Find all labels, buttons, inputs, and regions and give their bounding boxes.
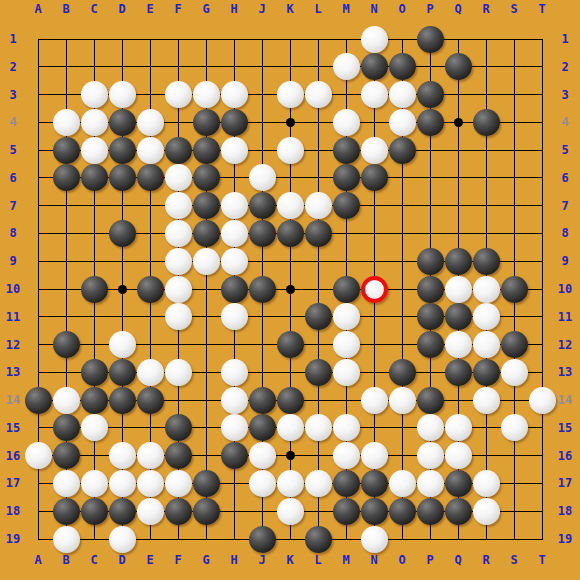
stone-white[interactable] [53,470,80,497]
stone-black[interactable] [417,276,444,303]
stone-black[interactable] [109,220,136,247]
stone-white[interactable] [193,248,220,275]
stone-white[interactable] [333,359,360,386]
stone-white[interactable] [165,470,192,497]
stone-black[interactable] [249,414,276,441]
row-label-left: 8 [1,226,25,240]
grid-line-horizontal [38,39,543,40]
row-label-right: 3 [553,88,577,102]
col-label-bottom: M [334,553,358,567]
col-label-bottom: G [194,553,218,567]
star-point [286,118,295,127]
stone-white[interactable] [361,26,388,53]
stone-black[interactable] [445,303,472,330]
stone-white[interactable] [501,414,528,441]
stone-white[interactable] [221,81,248,108]
stone-white[interactable] [221,303,248,330]
col-label-top: H [222,2,246,16]
stone-white[interactable] [361,81,388,108]
col-label-top: S [502,2,526,16]
stone-black[interactable] [53,331,80,358]
stone-black[interactable] [81,276,108,303]
stone-white[interactable] [529,387,556,414]
col-label-bottom: B [54,553,78,567]
col-label-bottom: O [390,553,414,567]
stone-black[interactable] [53,442,80,469]
stone-white[interactable] [165,192,192,219]
stone-white[interactable] [53,387,80,414]
stone-black[interactable] [445,470,472,497]
row-label-left: 7 [1,199,25,213]
stone-black[interactable] [389,359,416,386]
stone-black[interactable] [445,359,472,386]
col-label-bottom: R [474,553,498,567]
col-label-top: A [26,2,50,16]
stone-black[interactable] [333,276,360,303]
stone-black[interactable] [193,470,220,497]
row-label-right: 16 [553,449,577,463]
col-label-bottom: J [250,553,274,567]
stone-white[interactable] [165,303,192,330]
go-board[interactable]: AABBCCDDEEFFGGHHJJKKLLMMNNOOPPQQRRSSTT11… [0,0,580,580]
col-label-bottom: F [166,553,190,567]
stone-black[interactable] [417,303,444,330]
stone-white[interactable] [305,470,332,497]
stone-black[interactable] [137,387,164,414]
stone-black[interactable] [445,248,472,275]
col-label-bottom: C [82,553,106,567]
stone-white[interactable] [277,192,304,219]
stone-black[interactable] [109,164,136,191]
col-label-top: M [334,2,358,16]
stone-white[interactable] [473,331,500,358]
row-label-left: 19 [1,532,25,546]
stone-white[interactable] [81,81,108,108]
col-label-top: J [250,2,274,16]
stone-white[interactable] [221,192,248,219]
stone-white[interactable] [445,442,472,469]
stone-white[interactable] [249,442,276,469]
stone-white[interactable] [277,470,304,497]
stone-black[interactable] [361,470,388,497]
stone-black[interactable] [109,137,136,164]
stone-black[interactable] [305,220,332,247]
row-label-left: 14 [1,393,25,407]
row-label-right: 10 [553,282,577,296]
stone-black[interactable] [333,192,360,219]
stone-black[interactable] [305,526,332,553]
stone-white[interactable] [165,359,192,386]
stone-black[interactable] [333,137,360,164]
row-label-right: 8 [553,226,577,240]
stone-white[interactable] [109,81,136,108]
star-point [286,285,295,294]
col-label-top: N [362,2,386,16]
row-label-left: 13 [1,365,25,379]
stone-white[interactable] [221,359,248,386]
row-label-right: 7 [553,199,577,213]
stone-white[interactable] [445,331,472,358]
row-label-right: 2 [553,60,577,74]
stone-white[interactable] [109,442,136,469]
stone-black[interactable] [165,137,192,164]
stone-white[interactable] [137,470,164,497]
stone-white[interactable] [277,137,304,164]
star-point [454,118,463,127]
col-label-top: C [82,2,106,16]
row-label-right: 14 [553,393,577,407]
stone-black[interactable] [473,248,500,275]
stone-black[interactable] [249,192,276,219]
stone-black[interactable] [389,53,416,80]
stone-white[interactable] [165,220,192,247]
stone-white[interactable] [249,470,276,497]
stone-black[interactable] [333,164,360,191]
stone-white[interactable] [277,81,304,108]
col-label-top: L [306,2,330,16]
stone-black[interactable] [389,137,416,164]
stone-black[interactable] [221,109,248,136]
stone-white[interactable] [165,248,192,275]
col-label-top: Q [446,2,470,16]
stone-black[interactable] [137,276,164,303]
stone-black[interactable] [25,387,52,414]
stone-white[interactable] [81,137,108,164]
stone-white[interactable] [193,81,220,108]
stone-black[interactable] [193,109,220,136]
stone-black[interactable] [473,359,500,386]
row-label-left: 2 [1,60,25,74]
col-label-bottom: A [26,553,50,567]
stone-white[interactable] [417,442,444,469]
col-label-top: B [54,2,78,16]
stone-white[interactable] [277,498,304,525]
col-label-bottom: S [502,553,526,567]
stone-black[interactable] [389,498,416,525]
col-label-top: K [278,2,302,16]
stone-black[interactable] [417,387,444,414]
stone-black[interactable] [249,276,276,303]
row-label-left: 10 [1,282,25,296]
col-label-bottom: H [222,553,246,567]
col-label-top: O [390,2,414,16]
stone-black[interactable] [165,414,192,441]
stone-black[interactable] [305,359,332,386]
stone-white[interactable] [137,442,164,469]
col-label-top: T [530,2,554,16]
stone-white[interactable] [333,414,360,441]
row-label-left: 5 [1,143,25,157]
stone-white[interactable] [333,53,360,80]
star-point [118,285,127,294]
stone-white[interactable] [81,414,108,441]
stone-black[interactable] [445,498,472,525]
col-label-bottom: N [362,553,386,567]
stone-white[interactable] [361,387,388,414]
stone-black[interactable] [445,53,472,80]
stone-black[interactable] [137,164,164,191]
row-label-left: 15 [1,421,25,435]
col-label-bottom: D [110,553,134,567]
stone-white[interactable] [221,387,248,414]
row-label-right: 13 [553,365,577,379]
stone-black[interactable] [109,359,136,386]
col-label-top: D [110,2,134,16]
row-label-left: 4 [1,115,25,129]
stone-black[interactable] [53,137,80,164]
stone-white-last-move[interactable] [361,276,388,303]
row-label-right: 17 [553,476,577,490]
row-label-right: 6 [553,171,577,185]
stone-white[interactable] [333,109,360,136]
stone-black[interactable] [53,164,80,191]
stone-white[interactable] [361,526,388,553]
stone-white[interactable] [221,137,248,164]
stone-black[interactable] [249,387,276,414]
stone-black[interactable] [109,498,136,525]
stone-white[interactable] [305,192,332,219]
row-label-left: 16 [1,449,25,463]
stone-black[interactable] [81,359,108,386]
stone-black[interactable] [109,109,136,136]
stone-black[interactable] [333,470,360,497]
stone-black[interactable] [277,220,304,247]
stone-black[interactable] [277,331,304,358]
stone-white[interactable] [361,442,388,469]
stone-white[interactable] [137,359,164,386]
row-label-right: 11 [553,310,577,324]
stone-white[interactable] [417,414,444,441]
col-label-top: R [474,2,498,16]
stone-white[interactable] [473,498,500,525]
stone-black[interactable] [333,498,360,525]
stone-white[interactable] [137,498,164,525]
stone-white[interactable] [473,303,500,330]
star-point [286,451,295,460]
stone-white[interactable] [25,442,52,469]
stone-white[interactable] [305,414,332,441]
stone-black[interactable] [361,498,388,525]
col-label-bottom: L [306,553,330,567]
row-label-left: 12 [1,338,25,352]
col-label-top: P [418,2,442,16]
stone-white[interactable] [445,276,472,303]
stone-black[interactable] [473,109,500,136]
stone-black[interactable] [221,442,248,469]
stone-black[interactable] [81,387,108,414]
col-label-top: F [166,2,190,16]
stone-black[interactable] [193,498,220,525]
grid-line-vertical [318,39,319,540]
row-label-right: 9 [553,254,577,268]
stone-black[interactable] [249,526,276,553]
stone-black[interactable] [53,498,80,525]
stone-white[interactable] [473,470,500,497]
stone-white[interactable] [501,359,528,386]
col-label-bottom: E [138,553,162,567]
stone-black[interactable] [221,276,248,303]
stone-black[interactable] [165,498,192,525]
stone-white[interactable] [221,248,248,275]
stone-white[interactable] [81,470,108,497]
stone-white[interactable] [389,109,416,136]
stone-white[interactable] [361,137,388,164]
row-label-right: 19 [553,532,577,546]
row-label-right: 4 [553,115,577,129]
stone-white[interactable] [417,470,444,497]
stone-black[interactable] [165,442,192,469]
stone-white[interactable] [53,109,80,136]
stone-white[interactable] [277,414,304,441]
grid-line-vertical [542,39,543,540]
stone-black[interactable] [417,81,444,108]
stone-black[interactable] [81,164,108,191]
stone-black[interactable] [417,26,444,53]
row-label-right: 5 [553,143,577,157]
stone-black[interactable] [53,414,80,441]
stone-black[interactable] [501,331,528,358]
stone-black[interactable] [361,164,388,191]
col-label-bottom: Q [446,553,470,567]
stone-white[interactable] [389,470,416,497]
stone-white[interactable] [333,303,360,330]
stone-white[interactable] [333,331,360,358]
row-label-right: 12 [553,338,577,352]
stone-white[interactable] [221,414,248,441]
col-label-bottom: K [278,553,302,567]
row-label-left: 9 [1,254,25,268]
stone-white[interactable] [165,164,192,191]
stone-black[interactable] [193,192,220,219]
stone-white[interactable] [165,81,192,108]
stone-black[interactable] [193,137,220,164]
row-label-right: 18 [553,504,577,518]
row-label-left: 17 [1,476,25,490]
stone-white[interactable] [109,470,136,497]
stone-white[interactable] [445,414,472,441]
stone-black[interactable] [305,303,332,330]
col-label-top: E [138,2,162,16]
row-label-left: 11 [1,310,25,324]
stone-white[interactable] [389,387,416,414]
stone-black[interactable] [249,220,276,247]
go-app: AABBCCDDEEFFGGHHJJKKLLMMNNOOPPQQRRSSTT11… [0,0,580,580]
row-label-right: 15 [553,421,577,435]
stone-white[interactable] [333,442,360,469]
stone-black[interactable] [361,53,388,80]
stone-black[interactable] [501,276,528,303]
stone-black[interactable] [193,164,220,191]
col-label-top: G [194,2,218,16]
stone-white[interactable] [165,276,192,303]
row-label-left: 1 [1,32,25,46]
stone-black[interactable] [417,498,444,525]
stone-white[interactable] [249,164,276,191]
stone-black[interactable] [277,387,304,414]
stone-white[interactable] [53,526,80,553]
stone-white[interactable] [221,220,248,247]
stone-white[interactable] [109,526,136,553]
stone-white[interactable] [473,387,500,414]
stone-white[interactable] [109,331,136,358]
stone-white[interactable] [389,81,416,108]
stone-white[interactable] [305,81,332,108]
stone-white[interactable] [137,137,164,164]
stone-white[interactable] [473,276,500,303]
stone-black[interactable] [417,109,444,136]
row-label-left: 6 [1,171,25,185]
row-label-left: 3 [1,88,25,102]
col-label-bottom: T [530,553,554,567]
col-label-bottom: P [418,553,442,567]
stone-white[interactable] [137,109,164,136]
stone-white[interactable] [81,109,108,136]
stone-black[interactable] [109,387,136,414]
stone-black[interactable] [81,498,108,525]
stone-black[interactable] [417,331,444,358]
stone-black[interactable] [417,248,444,275]
row-label-right: 1 [553,32,577,46]
row-label-left: 18 [1,504,25,518]
stone-black[interactable] [193,220,220,247]
